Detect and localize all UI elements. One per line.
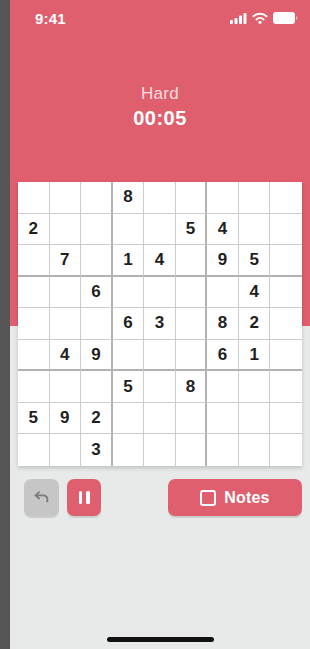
sudoku-board: 8254714956463824961585923 <box>18 182 302 466</box>
cell-r9c8[interactable] <box>239 434 271 466</box>
cell-r2c2[interactable] <box>50 214 82 246</box>
cell-r4c2[interactable] <box>50 277 82 309</box>
cell-r2c6[interactable]: 5 <box>176 214 208 246</box>
cell-r8c5[interactable] <box>144 403 176 435</box>
cell-r6c6[interactable] <box>176 340 208 372</box>
cell-r9c9[interactable] <box>270 434 302 466</box>
cell-r5c4[interactable]: 6 <box>113 308 145 340</box>
cell-r1c4[interactable]: 8 <box>113 182 145 214</box>
cell-r9c1[interactable] <box>18 434 50 466</box>
pause-button[interactable] <box>67 479 101 516</box>
cell-r1c6[interactable] <box>176 182 208 214</box>
app-screen: 9:41 Hard 00:05 825471495646382496158592… <box>10 0 310 649</box>
cell-r2c8[interactable] <box>239 214 271 246</box>
cell-r3c8[interactable]: 5 <box>239 245 271 277</box>
cell-r9c5[interactable] <box>144 434 176 466</box>
cell-r7c2[interactable] <box>50 371 82 403</box>
cell-r4c7[interactable] <box>207 277 239 309</box>
cell-r5c1[interactable] <box>18 308 50 340</box>
cell-r4c9[interactable] <box>270 277 302 309</box>
cell-r5c8[interactable]: 2 <box>239 308 271 340</box>
cell-r3c1[interactable] <box>18 245 50 277</box>
cell-r2c4[interactable] <box>113 214 145 246</box>
notes-button[interactable]: Notes <box>168 479 302 516</box>
cell-r7c6[interactable]: 8 <box>176 371 208 403</box>
cell-r8c3[interactable]: 2 <box>81 403 113 435</box>
cell-r1c8[interactable] <box>239 182 271 214</box>
battery-icon <box>273 12 298 24</box>
cell-r7c3[interactable] <box>81 371 113 403</box>
cell-r4c1[interactable] <box>18 277 50 309</box>
cell-r3c9[interactable] <box>270 245 302 277</box>
cell-r9c3[interactable]: 3 <box>81 434 113 466</box>
wifi-icon <box>252 12 268 24</box>
cell-r6c1[interactable] <box>18 340 50 372</box>
cell-r5c7[interactable]: 8 <box>207 308 239 340</box>
cell-r6c3[interactable]: 9 <box>81 340 113 372</box>
cell-r6c2[interactable]: 4 <box>50 340 82 372</box>
pause-icon <box>79 491 90 504</box>
cell-r9c6[interactable] <box>176 434 208 466</box>
cell-r7c4[interactable]: 5 <box>113 371 145 403</box>
cell-r7c9[interactable] <box>270 371 302 403</box>
timer-display: 00:05 <box>10 107 310 130</box>
cell-r6c8[interactable]: 1 <box>239 340 271 372</box>
cell-r4c5[interactable] <box>144 277 176 309</box>
cell-r1c5[interactable] <box>144 182 176 214</box>
cell-r1c3[interactable] <box>81 182 113 214</box>
cell-r7c5[interactable] <box>144 371 176 403</box>
notes-button-label: Notes <box>224 489 269 507</box>
status-time: 9:41 <box>35 10 66 27</box>
checkbox-unchecked-icon <box>200 490 216 506</box>
cell-r2c7[interactable]: 4 <box>207 214 239 246</box>
cell-r4c8[interactable]: 4 <box>239 277 271 309</box>
cell-r2c9[interactable] <box>270 214 302 246</box>
cell-r6c9[interactable] <box>270 340 302 372</box>
cell-r7c8[interactable] <box>239 371 271 403</box>
cell-r8c8[interactable] <box>239 403 271 435</box>
cell-r6c5[interactable] <box>144 340 176 372</box>
undo-button[interactable] <box>24 479 59 516</box>
cell-r5c9[interactable] <box>270 308 302 340</box>
cell-r8c2[interactable]: 9 <box>50 403 82 435</box>
cell-r3c3[interactable] <box>81 245 113 277</box>
cell-r8c6[interactable] <box>176 403 208 435</box>
cell-r7c7[interactable] <box>207 371 239 403</box>
cell-r3c7[interactable]: 9 <box>207 245 239 277</box>
cell-r3c2[interactable]: 7 <box>50 245 82 277</box>
cell-r5c2[interactable] <box>50 308 82 340</box>
cell-r4c3[interactable]: 6 <box>81 277 113 309</box>
cell-r4c4[interactable] <box>113 277 145 309</box>
cell-r8c7[interactable] <box>207 403 239 435</box>
difficulty-label: Hard <box>10 84 310 104</box>
home-indicator[interactable] <box>107 637 214 642</box>
undo-arrow-icon <box>32 487 51 509</box>
cell-r2c1[interactable]: 2 <box>18 214 50 246</box>
cell-r2c5[interactable] <box>144 214 176 246</box>
cellular-signal-icon <box>230 13 247 24</box>
cell-r9c2[interactable] <box>50 434 82 466</box>
cell-r6c4[interactable] <box>113 340 145 372</box>
cell-r8c1[interactable]: 5 <box>18 403 50 435</box>
cell-r3c6[interactable] <box>176 245 208 277</box>
cell-r1c7[interactable] <box>207 182 239 214</box>
cell-r1c2[interactable] <box>50 182 82 214</box>
game-header: Hard 00:05 <box>10 84 310 130</box>
cell-r9c4[interactable] <box>113 434 145 466</box>
cell-r2c3[interactable] <box>81 214 113 246</box>
cell-r3c4[interactable]: 1 <box>113 245 145 277</box>
cell-r8c4[interactable] <box>113 403 145 435</box>
cell-r1c1[interactable] <box>18 182 50 214</box>
status-icons <box>230 12 298 24</box>
cell-r8c9[interactable] <box>270 403 302 435</box>
cell-r1c9[interactable] <box>270 182 302 214</box>
cell-r3c5[interactable]: 4 <box>144 245 176 277</box>
status-bar: 9:41 <box>10 8 310 28</box>
cell-r5c6[interactable] <box>176 308 208 340</box>
cell-r6c7[interactable]: 6 <box>207 340 239 372</box>
cell-r5c3[interactable] <box>81 308 113 340</box>
cell-r9c7[interactable] <box>207 434 239 466</box>
cell-r4c6[interactable] <box>176 277 208 309</box>
cell-r5c5[interactable]: 3 <box>144 308 176 340</box>
cell-r7c1[interactable] <box>18 371 50 403</box>
